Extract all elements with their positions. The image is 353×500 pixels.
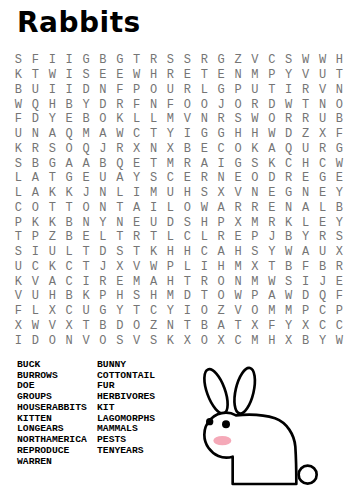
grid-cell[interactable]: E — [263, 186, 280, 201]
grid-cell[interactable]: B — [61, 97, 78, 112]
grid-cell[interactable]: O — [196, 333, 213, 348]
grid-cell[interactable]: R — [230, 201, 247, 216]
grid-cell[interactable]: X — [314, 127, 331, 142]
grid-cell[interactable]: T — [179, 274, 196, 289]
grid-cell[interactable]: E — [111, 68, 128, 83]
grid-cell[interactable]: K — [10, 142, 27, 157]
grid-cell[interactable]: I — [44, 53, 61, 68]
grid-cell[interactable]: X — [179, 333, 196, 348]
grid-cell[interactable]: S — [145, 333, 162, 348]
grid-cell[interactable]: H — [213, 260, 230, 275]
grid-cell[interactable]: L — [27, 304, 44, 319]
grid-cell[interactable]: E — [263, 201, 280, 216]
grid-cell[interactable]: U — [314, 68, 331, 83]
grid-cell[interactable]: P — [94, 289, 111, 304]
grid-cell[interactable]: A — [145, 274, 162, 289]
grid-cell[interactable]: E — [61, 112, 78, 127]
grid-cell[interactable]: O — [246, 304, 263, 319]
grid-cell[interactable]: P — [27, 230, 44, 245]
grid-cell[interactable]: U — [145, 215, 162, 230]
grid-cell[interactable]: E — [128, 156, 145, 171]
grid-cell[interactable]: B — [61, 289, 78, 304]
grid-cell[interactable]: Y — [297, 230, 314, 245]
grid-cell[interactable]: V — [246, 53, 263, 68]
grid-cell[interactable]: I — [10, 333, 27, 348]
grid-cell[interactable]: H — [196, 215, 213, 230]
grid-cell[interactable]: M — [230, 260, 247, 275]
grid-cell[interactable]: T — [230, 319, 247, 334]
grid-cell[interactable]: G — [213, 53, 230, 68]
grid-cell[interactable]: R — [297, 112, 314, 127]
grid-cell[interactable]: G — [196, 127, 213, 142]
grid-cell[interactable]: P — [246, 230, 263, 245]
grid-cell[interactable]: X — [331, 245, 348, 260]
grid-cell[interactable]: F — [162, 97, 179, 112]
grid-cell[interactable]: A — [297, 201, 314, 216]
grid-cell[interactable]: N — [246, 186, 263, 201]
grid-cell[interactable]: U — [10, 260, 27, 275]
grid-cell[interactable]: Z — [44, 230, 61, 245]
grid-cell[interactable]: O — [331, 97, 348, 112]
grid-cell[interactable]: O — [213, 274, 230, 289]
grid-cell[interactable]: V — [128, 260, 145, 275]
grid-cell[interactable]: E — [78, 230, 95, 245]
grid-cell[interactable]: K — [162, 333, 179, 348]
grid-cell[interactable]: O — [78, 201, 95, 216]
grid-cell[interactable]: Z — [297, 127, 314, 142]
grid-cell[interactable]: L — [61, 245, 78, 260]
grid-cell[interactable]: L — [10, 171, 27, 186]
grid-cell[interactable]: A — [27, 186, 44, 201]
grid-cell[interactable]: D — [280, 127, 297, 142]
grid-cell[interactable]: B — [314, 260, 331, 275]
grid-cell[interactable]: S — [111, 245, 128, 260]
grid-cell[interactable]: C — [280, 156, 297, 171]
grid-cell[interactable]: F — [263, 319, 280, 334]
grid-cell[interactable]: T — [44, 201, 61, 216]
grid-cell[interactable]: H — [297, 156, 314, 171]
grid-cell[interactable]: T — [263, 83, 280, 98]
grid-cell[interactable]: O — [196, 97, 213, 112]
grid-cell[interactable]: I — [44, 83, 61, 98]
grid-cell[interactable]: N — [314, 97, 331, 112]
grid-cell[interactable]: T — [78, 319, 95, 334]
grid-cell[interactable]: L — [145, 112, 162, 127]
grid-cell[interactable]: E — [230, 171, 247, 186]
grid-cell[interactable]: M — [162, 156, 179, 171]
grid-cell[interactable]: C — [61, 274, 78, 289]
grid-cell[interactable]: R — [314, 142, 331, 157]
grid-cell[interactable]: K — [44, 260, 61, 275]
grid-cell[interactable]: T — [78, 260, 95, 275]
grid-cell[interactable]: F — [10, 304, 27, 319]
grid-cell[interactable]: K — [27, 215, 44, 230]
grid-cell[interactable]: F — [297, 260, 314, 275]
grid-cell[interactable]: I — [196, 260, 213, 275]
grid-cell[interactable]: N — [94, 201, 111, 216]
grid-cell[interactable]: L — [196, 230, 213, 245]
grid-cell[interactable]: W — [331, 156, 348, 171]
grid-cell[interactable]: B — [94, 156, 111, 171]
grid-cell[interactable]: I — [213, 156, 230, 171]
grid-cell[interactable]: T — [145, 230, 162, 245]
grid-cell[interactable]: L — [128, 112, 145, 127]
grid-cell[interactable]: Y — [162, 304, 179, 319]
grid-cell[interactable]: Q — [27, 97, 44, 112]
grid-cell[interactable]: T — [111, 201, 128, 216]
grid-cell[interactable]: T — [145, 156, 162, 171]
grid-cell[interactable]: R — [263, 215, 280, 230]
grid-cell[interactable]: Q — [78, 142, 95, 157]
grid-cell[interactable]: X — [44, 304, 61, 319]
grid-cell[interactable]: X — [61, 319, 78, 334]
grid-cell[interactable]: D — [94, 97, 111, 112]
grid-cell[interactable]: W — [145, 260, 162, 275]
grid-cell[interactable]: D — [94, 245, 111, 260]
grid-cell[interactable]: H — [162, 245, 179, 260]
grid-cell[interactable]: X — [10, 319, 27, 334]
grid-cell[interactable]: S — [179, 53, 196, 68]
grid-cell[interactable]: C — [314, 304, 331, 319]
grid-cell[interactable]: R — [280, 112, 297, 127]
grid-cell[interactable]: N — [61, 333, 78, 348]
grid-cell[interactable]: G — [94, 304, 111, 319]
grid-cell[interactable]: W — [27, 319, 44, 334]
grid-cell[interactable]: U — [314, 112, 331, 127]
grid-cell[interactable]: W — [128, 68, 145, 83]
grid-cell[interactable]: V — [10, 289, 27, 304]
grid-cell[interactable]: R — [246, 97, 263, 112]
grid-cell[interactable]: T — [44, 171, 61, 186]
grid-cell[interactable]: K — [10, 274, 27, 289]
grid-cell[interactable]: W — [280, 245, 297, 260]
grid-cell[interactable]: D — [111, 319, 128, 334]
grid-cell[interactable]: Y — [128, 171, 145, 186]
grid-cell[interactable]: P — [10, 215, 27, 230]
grid-cell[interactable]: I — [61, 68, 78, 83]
grid-cell[interactable]: C — [314, 319, 331, 334]
grid-cell[interactable]: F — [128, 97, 145, 112]
grid-cell[interactable]: B — [196, 319, 213, 334]
grid-cell[interactable]: T — [78, 245, 95, 260]
grid-cell[interactable]: S — [111, 333, 128, 348]
grid-cell[interactable]: A — [94, 127, 111, 142]
grid-cell[interactable]: K — [61, 186, 78, 201]
grid-cell[interactable]: W — [263, 274, 280, 289]
grid-cell[interactable]: A — [27, 171, 44, 186]
grid-cell[interactable]: H — [331, 53, 348, 68]
grid-cell[interactable]: M — [246, 215, 263, 230]
grid-cell[interactable]: P — [246, 289, 263, 304]
grid-cell[interactable]: S — [331, 230, 348, 245]
grid-cell[interactable]: A — [44, 274, 61, 289]
grid-cell[interactable]: R — [213, 112, 230, 127]
grid-cell[interactable]: G — [314, 171, 331, 186]
grid-cell[interactable]: J — [94, 142, 111, 157]
grid-cell[interactable]: H — [44, 97, 61, 112]
grid-cell[interactable]: G — [213, 83, 230, 98]
grid-cell[interactable]: A — [213, 201, 230, 216]
grid-cell[interactable]: Y — [331, 186, 348, 201]
grid-cell[interactable]: R — [196, 274, 213, 289]
grid-cell[interactable]: S — [230, 112, 247, 127]
grid-cell[interactable]: V — [297, 68, 314, 83]
grid-cell[interactable]: J — [263, 230, 280, 245]
grid-cell[interactable]: H — [246, 127, 263, 142]
grid-cell[interactable]: C — [61, 260, 78, 275]
grid-cell[interactable]: I — [61, 53, 78, 68]
grid-cell[interactable]: O — [44, 333, 61, 348]
grid-cell[interactable]: A — [297, 245, 314, 260]
grid-cell[interactable]: C — [61, 304, 78, 319]
grid-cell[interactable]: H — [145, 68, 162, 83]
grid-cell[interactable]: D — [162, 215, 179, 230]
grid-cell[interactable]: K — [44, 215, 61, 230]
grid-cell[interactable]: U — [78, 304, 95, 319]
grid-cell[interactable]: B — [27, 156, 44, 171]
grid-cell[interactable]: W — [280, 289, 297, 304]
grid-cell[interactable]: S — [78, 68, 95, 83]
grid-cell[interactable]: Y — [162, 127, 179, 142]
grid-cell[interactable]: Y — [78, 97, 95, 112]
grid-cell[interactable]: V — [314, 83, 331, 98]
grid-cell[interactable]: P — [162, 260, 179, 275]
grid-cell[interactable]: U — [10, 127, 27, 142]
grid-cell[interactable]: D — [263, 171, 280, 186]
grid-cell[interactable]: A — [263, 142, 280, 157]
grid-cell[interactable]: C — [162, 171, 179, 186]
grid-cell[interactable]: K — [246, 142, 263, 157]
grid-cell[interactable]: T — [196, 289, 213, 304]
grid-cell[interactable]: R — [213, 230, 230, 245]
grid-cell[interactable]: G — [213, 127, 230, 142]
grid-cell[interactable]: U — [44, 245, 61, 260]
grid-cell[interactable]: M — [246, 68, 263, 83]
grid-cell[interactable]: I — [27, 245, 44, 260]
grid-cell[interactable]: F — [331, 127, 348, 142]
grid-cell[interactable]: D — [179, 289, 196, 304]
grid-cell[interactable]: S — [196, 186, 213, 201]
grid-cell[interactable]: N — [78, 215, 95, 230]
grid-cell[interactable]: Y — [263, 245, 280, 260]
grid-cell[interactable]: C — [196, 245, 213, 260]
grid-cell[interactable]: E — [297, 171, 314, 186]
grid-cell[interactable]: R — [27, 142, 44, 157]
grid-cell[interactable]: M — [246, 333, 263, 348]
grid-cell[interactable]: L — [162, 230, 179, 245]
grid-cell[interactable]: I — [128, 186, 145, 201]
grid-cell[interactable]: C — [179, 230, 196, 245]
grid-cell[interactable]: K — [145, 245, 162, 260]
grid-cell[interactable]: N — [111, 215, 128, 230]
grid-cell[interactable]: N — [145, 97, 162, 112]
grid-cell[interactable]: X — [280, 333, 297, 348]
grid-cell[interactable]: H — [230, 127, 247, 142]
grid-cell[interactable]: V — [179, 112, 196, 127]
grid-cell[interactable]: E — [179, 171, 196, 186]
grid-cell[interactable]: N — [230, 68, 247, 83]
grid-cell[interactable]: G — [78, 53, 95, 68]
grid-cell[interactable]: E — [179, 68, 196, 83]
grid-cell[interactable]: L — [179, 260, 196, 275]
grid-cell[interactable]: L — [94, 230, 111, 245]
grid-cell[interactable]: P — [230, 83, 247, 98]
grid-cell[interactable]: B — [331, 112, 348, 127]
grid-cell[interactable]: F — [27, 53, 44, 68]
grid-cell[interactable]: R — [162, 68, 179, 83]
grid-cell[interactable]: C — [27, 260, 44, 275]
grid-cell[interactable]: N — [331, 83, 348, 98]
grid-cell[interactable]: E — [196, 142, 213, 157]
grid-cell[interactable]: F — [331, 289, 348, 304]
grid-cell[interactable]: V — [78, 333, 95, 348]
grid-cell[interactable]: W — [263, 127, 280, 142]
grid-cell[interactable]: U — [297, 142, 314, 157]
grid-cell[interactable]: I — [280, 83, 297, 98]
grid-cell[interactable]: B — [179, 142, 196, 157]
grid-cell[interactable]: L — [297, 215, 314, 230]
grid-cell[interactable]: S — [10, 53, 27, 68]
grid-cell[interactable]: S — [280, 53, 297, 68]
grid-cell[interactable]: A — [263, 289, 280, 304]
grid-cell[interactable]: B — [94, 53, 111, 68]
grid-cell[interactable]: V — [128, 333, 145, 348]
grid-cell[interactable]: A — [61, 156, 78, 171]
grid-cell[interactable]: H — [179, 186, 196, 201]
grid-cell[interactable]: A — [78, 156, 95, 171]
grid-cell[interactable]: W — [280, 97, 297, 112]
grid-cell[interactable]: H — [111, 289, 128, 304]
grid-cell[interactable]: B — [61, 215, 78, 230]
grid-cell[interactable]: T — [128, 53, 145, 68]
grid-cell[interactable]: L — [196, 83, 213, 98]
grid-cell[interactable]: R — [111, 97, 128, 112]
grid-cell[interactable]: U — [162, 186, 179, 201]
grid-cell[interactable]: S — [246, 156, 263, 171]
grid-cell[interactable]: H — [145, 289, 162, 304]
grid-cell[interactable]: E — [331, 171, 348, 186]
grid-cell[interactable]: M — [78, 127, 95, 142]
grid-cell[interactable]: N — [196, 112, 213, 127]
grid-cell[interactable]: O — [179, 97, 196, 112]
grid-cell[interactable]: B — [331, 201, 348, 216]
grid-cell[interactable]: P — [263, 68, 280, 83]
grid-cell[interactable]: Y — [111, 304, 128, 319]
grid-cell[interactable]: Y — [280, 319, 297, 334]
grid-cell[interactable]: C — [128, 127, 145, 142]
grid-cell[interactable]: E — [128, 215, 145, 230]
grid-cell[interactable]: P — [213, 215, 230, 230]
grid-cell[interactable]: O — [94, 112, 111, 127]
grid-cell[interactable]: I — [78, 274, 95, 289]
grid-cell[interactable]: W — [10, 97, 27, 112]
grid-cell[interactable]: P — [331, 304, 348, 319]
grid-cell[interactable]: Q — [61, 127, 78, 142]
grid-cell[interactable]: K — [111, 112, 128, 127]
grid-cell[interactable]: E — [230, 230, 247, 245]
grid-cell[interactable]: X — [297, 319, 314, 334]
grid-cell[interactable]: T — [128, 304, 145, 319]
grid-cell[interactable]: Q — [111, 156, 128, 171]
grid-cell[interactable]: S — [44, 142, 61, 157]
grid-cell[interactable]: H — [230, 245, 247, 260]
grid-cell[interactable]: R — [196, 53, 213, 68]
grid-cell[interactable]: R — [246, 201, 263, 216]
grid-cell[interactable]: B — [297, 333, 314, 348]
grid-cell[interactable]: B — [280, 260, 297, 275]
grid-cell[interactable]: V — [44, 319, 61, 334]
grid-cell[interactable]: L — [111, 186, 128, 201]
grid-cell[interactable]: W — [196, 201, 213, 216]
grid-cell[interactable]: U — [94, 171, 111, 186]
grid-cell[interactable]: J — [94, 260, 111, 275]
grid-cell[interactable]: A — [44, 127, 61, 142]
grid-cell[interactable]: T — [331, 68, 348, 83]
grid-cell[interactable]: L — [314, 201, 331, 216]
grid-cell[interactable]: G — [331, 142, 348, 157]
grid-cell[interactable]: O — [27, 201, 44, 216]
grid-cell[interactable]: G — [111, 53, 128, 68]
grid-cell[interactable]: O — [128, 319, 145, 334]
grid-cell[interactable]: A — [111, 171, 128, 186]
grid-cell[interactable]: M — [280, 304, 297, 319]
grid-cell[interactable]: K — [263, 156, 280, 171]
grid-cell[interactable]: X — [111, 260, 128, 275]
grid-cell[interactable]: M — [128, 274, 145, 289]
grid-cell[interactable]: C — [10, 201, 27, 216]
grid-cell[interactable]: M — [162, 112, 179, 127]
grid-cell[interactable]: X — [162, 142, 179, 157]
grid-cell[interactable]: A — [213, 245, 230, 260]
grid-cell[interactable]: K — [78, 289, 95, 304]
grid-cell[interactable]: N — [94, 186, 111, 201]
grid-cell[interactable]: X — [230, 215, 247, 230]
grid-cell[interactable]: W — [246, 112, 263, 127]
grid-cell[interactable]: I — [179, 127, 196, 142]
grid-cell[interactable]: D — [27, 333, 44, 348]
grid-cell[interactable]: X — [213, 186, 230, 201]
grid-cell[interactable]: F — [10, 112, 27, 127]
grid-cell[interactable]: Y — [331, 215, 348, 230]
grid-cell[interactable]: I — [145, 201, 162, 216]
grid-cell[interactable]: N — [297, 186, 314, 201]
grid-cell[interactable]: V — [27, 274, 44, 289]
grid-cell[interactable]: C — [213, 142, 230, 157]
grid-cell[interactable]: U — [27, 83, 44, 98]
grid-cell[interactable]: M — [246, 274, 263, 289]
grid-cell[interactable]: V — [230, 304, 247, 319]
grid-cell[interactable]: Z — [213, 304, 230, 319]
grid-cell[interactable]: W — [230, 289, 247, 304]
grid-cell[interactable]: H — [162, 274, 179, 289]
grid-cell[interactable]: Y — [94, 215, 111, 230]
grid-cell[interactable]: R — [314, 230, 331, 245]
grid-cell[interactable]: U — [314, 245, 331, 260]
grid-cell[interactable]: S — [179, 215, 196, 230]
grid-cell[interactable]: Y — [314, 333, 331, 348]
grid-cell[interactable]: W — [44, 68, 61, 83]
grid-cell[interactable]: B — [10, 83, 27, 98]
grid-cell[interactable]: N — [213, 171, 230, 186]
grid-cell[interactable]: I — [179, 304, 196, 319]
grid-cell[interactable]: K — [44, 186, 61, 201]
grid-cell[interactable]: I — [297, 274, 314, 289]
grid-cell[interactable]: E — [314, 215, 331, 230]
grid-cell[interactable]: O — [230, 142, 247, 157]
grid-cell[interactable]: N — [145, 142, 162, 157]
grid-cell[interactable]: R — [331, 260, 348, 275]
grid-cell[interactable]: H — [263, 333, 280, 348]
